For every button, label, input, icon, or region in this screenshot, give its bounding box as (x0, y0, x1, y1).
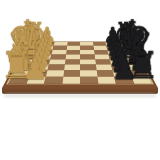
chess-set-photo: ♜♟♟♜♞♟♟♞♝♟♟♝♚♟♟♚♛♟♟♛♝♟♟♝♞♟♟♞♜♟♟♜ (0, 0, 160, 160)
square-d5[interactable] (80, 59, 96, 64)
piece-black-rook[interactable]: ♜ (126, 47, 159, 84)
board-shadow (4, 94, 156, 97)
square-a5[interactable] (80, 77, 98, 84)
square-a4[interactable] (62, 77, 80, 84)
square-a2[interactable]: ♟ (26, 77, 46, 84)
piece-white-pawn[interactable]: ♟ (22, 55, 48, 84)
board-grid: ♜♟♟♜♞♟♟♞♝♟♟♝♚♟♟♚♛♟♟♛♝♟♟♝♞♟♟♞♜♟♟♜ (8, 42, 152, 84)
chess-board: ♜♟♟♜♞♟♟♞♝♟♟♝♚♟♟♚♛♟♟♛♝♟♟♝♞♟♟♞♜♟♟♜ (2, 41, 158, 88)
square-d4[interactable] (64, 59, 80, 64)
square-a8[interactable]: ♜ (131, 77, 152, 84)
